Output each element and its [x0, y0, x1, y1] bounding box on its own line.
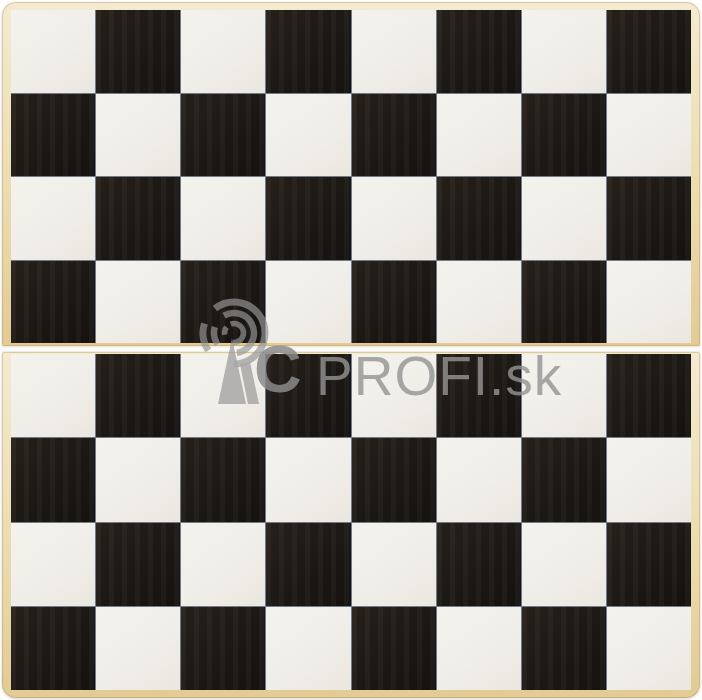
board-square[interactable] — [607, 607, 691, 690]
board-square[interactable] — [607, 94, 691, 177]
board-square[interactable] — [607, 261, 691, 344]
board-square[interactable] — [96, 607, 180, 690]
board-square[interactable] — [522, 177, 606, 260]
board-top-half — [2, 2, 700, 346]
board-grid-top — [11, 10, 691, 343]
board-square[interactable] — [266, 354, 350, 437]
board-square[interactable] — [352, 94, 436, 177]
board-square[interactable] — [437, 261, 521, 344]
board-square[interactable] — [96, 261, 180, 344]
board-square[interactable] — [96, 523, 180, 606]
board-square[interactable] — [11, 354, 95, 437]
board-square[interactable] — [96, 10, 180, 93]
board-square[interactable] — [266, 261, 350, 344]
board-square[interactable] — [181, 607, 265, 690]
board-square[interactable] — [607, 354, 691, 437]
board-square[interactable] — [352, 523, 436, 606]
board-square[interactable] — [607, 523, 691, 606]
board-square[interactable] — [266, 607, 350, 690]
board-square[interactable] — [522, 523, 606, 606]
board-square[interactable] — [11, 607, 95, 690]
board-square[interactable] — [11, 10, 95, 93]
board-square[interactable] — [11, 261, 95, 344]
board-square[interactable] — [181, 438, 265, 521]
board-square[interactable] — [437, 10, 521, 93]
board-square[interactable] — [266, 177, 350, 260]
board-square[interactable] — [522, 607, 606, 690]
board-square[interactable] — [96, 438, 180, 521]
board-square[interactable] — [96, 177, 180, 260]
board-square[interactable] — [181, 354, 265, 437]
board-square[interactable] — [11, 438, 95, 521]
board-square[interactable] — [352, 438, 436, 521]
board-square[interactable] — [522, 438, 606, 521]
board-square[interactable] — [522, 94, 606, 177]
board-square[interactable] — [11, 523, 95, 606]
board-square[interactable] — [181, 523, 265, 606]
board-square[interactable] — [96, 354, 180, 437]
board-square[interactable] — [96, 94, 180, 177]
board-square[interactable] — [437, 354, 521, 437]
board-square[interactable] — [266, 438, 350, 521]
board-grid-bottom — [11, 354, 691, 690]
board-square[interactable] — [181, 94, 265, 177]
board-square[interactable] — [437, 523, 521, 606]
board-square[interactable] — [11, 177, 95, 260]
board-square[interactable] — [607, 438, 691, 521]
board-square[interactable] — [11, 94, 95, 177]
board-square[interactable] — [352, 261, 436, 344]
board-square[interactable] — [352, 354, 436, 437]
board-square[interactable] — [352, 607, 436, 690]
board-square[interactable] — [266, 10, 350, 93]
board-square[interactable] — [437, 177, 521, 260]
board-square[interactable] — [181, 177, 265, 260]
board-square[interactable] — [266, 523, 350, 606]
board-square[interactable] — [181, 261, 265, 344]
board-square[interactable] — [352, 177, 436, 260]
board-square[interactable] — [437, 438, 521, 521]
board-square[interactable] — [522, 354, 606, 437]
board-photo: C PROFI.sk — [0, 0, 702, 700]
board-square[interactable] — [522, 261, 606, 344]
board-square[interactable] — [607, 177, 691, 260]
board-square[interactable] — [607, 10, 691, 93]
board-square[interactable] — [352, 10, 436, 93]
board-square[interactable] — [437, 94, 521, 177]
board-square[interactable] — [181, 10, 265, 93]
board-square[interactable] — [522, 10, 606, 93]
board-square[interactable] — [266, 94, 350, 177]
board-square[interactable] — [437, 607, 521, 690]
board-bottom-half — [2, 352, 700, 698]
